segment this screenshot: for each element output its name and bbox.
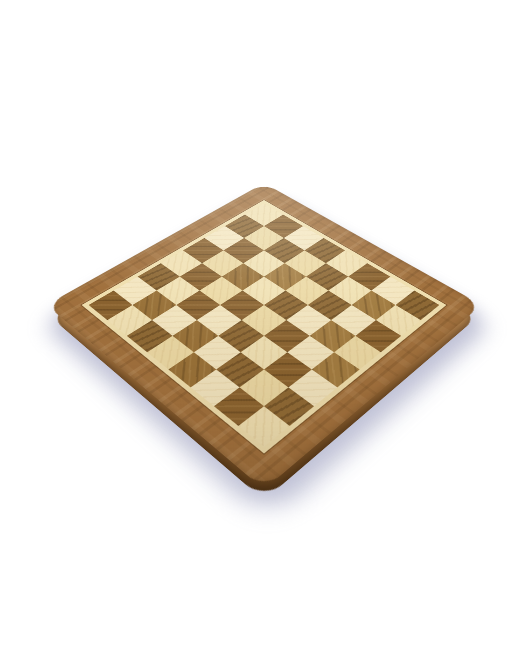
square-g6 <box>331 305 376 336</box>
square-h1 <box>238 406 289 446</box>
square-h5 <box>334 336 381 370</box>
product-photo-scene <box>0 0 530 663</box>
square-c1 <box>127 320 173 352</box>
square-f1 <box>191 369 240 406</box>
square-d2 <box>173 320 219 352</box>
square-e4 <box>242 305 287 336</box>
square-b1 <box>107 305 152 336</box>
square-h7 <box>376 305 421 336</box>
square-g2 <box>240 369 289 406</box>
board-frame <box>46 183 482 490</box>
square-f2 <box>216 352 264 387</box>
chessboard <box>46 183 482 490</box>
square-h6 <box>355 320 401 352</box>
square-g4 <box>287 336 334 370</box>
square-c2 <box>152 305 197 336</box>
square-e1 <box>168 352 216 387</box>
square-d3 <box>197 305 242 336</box>
square-h4 <box>312 352 360 387</box>
square-f4 <box>264 320 310 352</box>
square-e2 <box>194 336 241 370</box>
square-g3 <box>264 352 312 387</box>
square-f5 <box>286 305 331 336</box>
square-h3 <box>288 369 337 406</box>
board-squares <box>82 200 447 453</box>
square-g1 <box>214 387 264 426</box>
square-h2 <box>264 387 314 426</box>
square-d1 <box>147 336 194 370</box>
square-f3 <box>241 336 288 370</box>
square-g5 <box>310 320 356 352</box>
square-e3 <box>218 320 264 352</box>
